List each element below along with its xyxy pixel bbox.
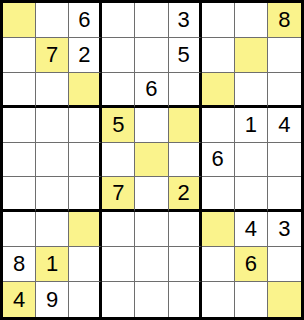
cell-r8c8: 6 [235, 247, 268, 282]
cell-r1c9: 8 [268, 3, 301, 38]
cell-r9c3[interactable] [69, 282, 102, 317]
cell-r5c4[interactable] [102, 143, 135, 178]
cell-r9c8[interactable] [235, 282, 268, 317]
cell-r8c7[interactable] [202, 247, 235, 282]
cell-r2c9[interactable] [268, 38, 301, 73]
cell-r1c7[interactable] [202, 3, 235, 38]
cell-r6c4: 7 [102, 177, 135, 212]
cell-r4c9: 4 [268, 108, 301, 143]
cell-r9c2: 9 [36, 282, 69, 317]
cell-r1c5[interactable] [135, 3, 168, 38]
cell-r2c4[interactable] [102, 38, 135, 73]
cell-r6c8[interactable] [235, 177, 268, 212]
cell-r9c9[interactable] [268, 282, 301, 317]
sudoku-board: 63872565146724381649 [0, 0, 304, 320]
cell-r5c5[interactable] [135, 143, 168, 178]
cell-r9c5[interactable] [135, 282, 168, 317]
cell-r2c1[interactable] [3, 38, 36, 73]
cell-r7c1[interactable] [3, 212, 36, 247]
cell-r9c6[interactable] [169, 282, 202, 317]
cell-r3c6[interactable] [169, 73, 202, 108]
cell-r4c5[interactable] [135, 108, 168, 143]
cell-r8c2: 1 [36, 247, 69, 282]
cell-r1c6: 3 [169, 3, 202, 38]
cell-r2c3: 2 [69, 38, 102, 73]
cell-r7c3[interactable] [69, 212, 102, 247]
cell-r7c6[interactable] [169, 212, 202, 247]
cell-r4c3[interactable] [69, 108, 102, 143]
cell-r8c1: 8 [3, 247, 36, 282]
cell-r1c3: 6 [69, 3, 102, 38]
cell-r1c1[interactable] [3, 3, 36, 38]
cell-r4c8: 1 [235, 108, 268, 143]
cell-r7c9: 3 [268, 212, 301, 247]
cell-r3c1[interactable] [3, 73, 36, 108]
cell-r1c4[interactable] [102, 3, 135, 38]
cell-r5c6[interactable] [169, 143, 202, 178]
cell-r3c4[interactable] [102, 73, 135, 108]
cell-r2c2: 7 [36, 38, 69, 73]
cell-r5c8[interactable] [235, 143, 268, 178]
cell-r6c2[interactable] [36, 177, 69, 212]
cell-r6c3[interactable] [69, 177, 102, 212]
cell-r2c6: 5 [169, 38, 202, 73]
cell-r8c3[interactable] [69, 247, 102, 282]
cell-r4c6[interactable] [169, 108, 202, 143]
cell-r4c4: 5 [102, 108, 135, 143]
cell-r6c9[interactable] [268, 177, 301, 212]
cell-r1c2[interactable] [36, 3, 69, 38]
cell-r1c8[interactable] [235, 3, 268, 38]
cell-r9c4[interactable] [102, 282, 135, 317]
cell-r6c6: 2 [169, 177, 202, 212]
cell-r8c6[interactable] [169, 247, 202, 282]
cell-r3c7[interactable] [202, 73, 235, 108]
cell-r6c7[interactable] [202, 177, 235, 212]
cell-r3c5: 6 [135, 73, 168, 108]
cell-r8c9[interactable] [268, 247, 301, 282]
cell-r8c4[interactable] [102, 247, 135, 282]
cell-r9c1: 4 [3, 282, 36, 317]
cell-r2c5[interactable] [135, 38, 168, 73]
cell-r5c2[interactable] [36, 143, 69, 178]
cell-r6c1[interactable] [3, 177, 36, 212]
cell-r3c2[interactable] [36, 73, 69, 108]
cell-r2c7[interactable] [202, 38, 235, 73]
cell-r4c2[interactable] [36, 108, 69, 143]
cell-r7c2[interactable] [36, 212, 69, 247]
cell-r7c5[interactable] [135, 212, 168, 247]
cell-r5c9[interactable] [268, 143, 301, 178]
cell-r2c8[interactable] [235, 38, 268, 73]
cell-r7c4[interactable] [102, 212, 135, 247]
cell-r7c7[interactable] [202, 212, 235, 247]
cell-r5c7: 6 [202, 143, 235, 178]
cell-r4c1[interactable] [3, 108, 36, 143]
cell-r4c7[interactable] [202, 108, 235, 143]
cell-r8c5[interactable] [135, 247, 168, 282]
cell-r9c7[interactable] [202, 282, 235, 317]
cell-r6c5[interactable] [135, 177, 168, 212]
cell-r3c9[interactable] [268, 73, 301, 108]
cell-r3c3[interactable] [69, 73, 102, 108]
cell-r5c3[interactable] [69, 143, 102, 178]
cell-r7c8: 4 [235, 212, 268, 247]
cell-r3c8[interactable] [235, 73, 268, 108]
cell-r5c1[interactable] [3, 143, 36, 178]
